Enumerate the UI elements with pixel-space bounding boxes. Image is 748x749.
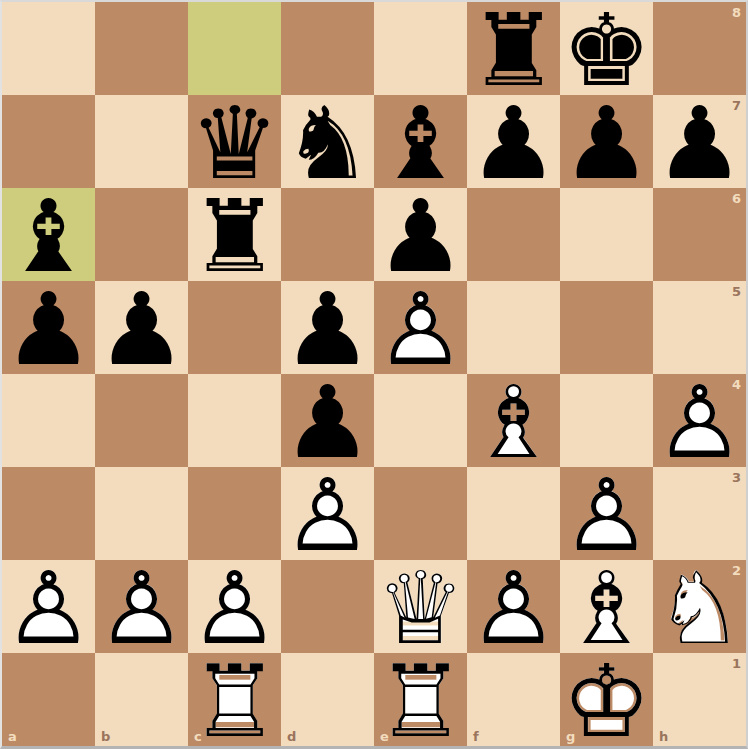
square-h1[interactable]: h1 xyxy=(653,653,746,746)
square-d2[interactable] xyxy=(281,560,374,653)
square-g5[interactable] xyxy=(560,281,653,374)
piece-outline-layer: ♙ xyxy=(188,562,281,655)
square-b7[interactable] xyxy=(95,95,188,188)
black-rook[interactable]: ♜ xyxy=(467,4,560,97)
square-g1[interactable]: ♚♔g xyxy=(560,653,653,746)
black-pawn[interactable]: ♟ xyxy=(467,97,560,190)
square-h2[interactable]: ♞♘2 xyxy=(653,560,746,653)
square-e2[interactable]: ♛♕ xyxy=(374,560,467,653)
square-c4[interactable] xyxy=(188,374,281,467)
square-c5[interactable] xyxy=(188,281,281,374)
piece-outline-layer: ♖ xyxy=(188,655,281,748)
square-c1[interactable]: ♜♖c xyxy=(188,653,281,746)
square-f1[interactable]: f xyxy=(467,653,560,746)
square-a3[interactable] xyxy=(2,467,95,560)
square-e6[interactable]: ♟ xyxy=(374,188,467,281)
square-c3[interactable] xyxy=(188,467,281,560)
rank-label-1: 1 xyxy=(732,657,741,670)
piece-glyph: ♟ xyxy=(467,97,560,190)
square-f2[interactable]: ♟♙ xyxy=(467,560,560,653)
square-c7[interactable]: ♛ xyxy=(188,95,281,188)
square-a5[interactable]: ♟ xyxy=(2,281,95,374)
piece-glyph: ♟ xyxy=(281,283,374,376)
square-a7[interactable] xyxy=(2,95,95,188)
square-f6[interactable] xyxy=(467,188,560,281)
rank-label-5: 5 xyxy=(732,285,741,298)
piece-outline-layer: ♕ xyxy=(374,562,467,655)
square-f5[interactable] xyxy=(467,281,560,374)
square-a8[interactable] xyxy=(2,2,95,95)
rank-label-8: 8 xyxy=(732,6,741,19)
square-f4[interactable]: ♝♗ xyxy=(467,374,560,467)
square-g8[interactable]: ♚ xyxy=(560,2,653,95)
black-pawn[interactable]: ♟ xyxy=(374,190,467,283)
black-pawn[interactable]: ♟ xyxy=(281,376,374,469)
rank-label-3: 3 xyxy=(732,471,741,484)
white-pawn[interactable]: ♟♙ xyxy=(188,562,281,655)
square-g7[interactable]: ♟ xyxy=(560,95,653,188)
piece-glyph: ♝ xyxy=(2,190,95,283)
square-h7[interactable]: ♟7 xyxy=(653,95,746,188)
black-rook[interactable]: ♜ xyxy=(188,190,281,283)
rank-label-2: 2 xyxy=(732,564,741,577)
piece-glyph: ♜ xyxy=(188,190,281,283)
black-knight[interactable]: ♞ xyxy=(281,97,374,190)
black-pawn[interactable]: ♟ xyxy=(281,283,374,376)
square-d1[interactable]: d xyxy=(281,653,374,746)
piece-glyph: ♟ xyxy=(95,283,188,376)
white-rook[interactable]: ♜♖ xyxy=(188,655,281,748)
square-b5[interactable]: ♟ xyxy=(95,281,188,374)
rank-label-6: 6 xyxy=(732,192,741,205)
piece-glyph: ♚ xyxy=(560,4,653,97)
square-h5[interactable]: 5 xyxy=(653,281,746,374)
white-bishop[interactable]: ♝♗ xyxy=(560,562,653,655)
square-a4[interactable] xyxy=(2,374,95,467)
black-bishop[interactable]: ♝ xyxy=(374,97,467,190)
rank-label-4: 4 xyxy=(732,378,741,391)
square-h8[interactable]: 8 xyxy=(653,2,746,95)
square-b2[interactable]: ♟♙ xyxy=(95,560,188,653)
square-b8[interactable] xyxy=(95,2,188,95)
piece-outline-layer: ♙ xyxy=(95,562,188,655)
file-label-e: e xyxy=(380,730,389,743)
square-a1[interactable]: a xyxy=(2,653,95,746)
white-pawn[interactable]: ♟♙ xyxy=(560,469,653,562)
piece-outline-layer: ♙ xyxy=(467,562,560,655)
square-f8[interactable]: ♜ xyxy=(467,2,560,95)
piece-glyph: ♟ xyxy=(2,283,95,376)
square-h6[interactable]: 6 xyxy=(653,188,746,281)
black-king[interactable]: ♚ xyxy=(560,4,653,97)
square-f7[interactable]: ♟ xyxy=(467,95,560,188)
white-pawn[interactable]: ♟♙ xyxy=(2,562,95,655)
square-b1[interactable]: b xyxy=(95,653,188,746)
piece-glyph: ♛ xyxy=(188,97,281,190)
white-queen[interactable]: ♛♕ xyxy=(374,562,467,655)
black-pawn[interactable]: ♟ xyxy=(95,283,188,376)
square-d8[interactable] xyxy=(281,2,374,95)
piece-outline-layer: ♙ xyxy=(374,283,467,376)
square-c2[interactable]: ♟♙ xyxy=(188,560,281,653)
file-label-f: f xyxy=(473,730,479,743)
piece-outline-layer: ♗ xyxy=(467,376,560,469)
black-pawn[interactable]: ♟ xyxy=(2,283,95,376)
piece-glyph: ♟ xyxy=(374,190,467,283)
square-g3[interactable]: ♟♙ xyxy=(560,467,653,560)
white-bishop[interactable]: ♝♗ xyxy=(467,376,560,469)
square-b6[interactable] xyxy=(95,188,188,281)
square-d7[interactable]: ♞ xyxy=(281,95,374,188)
white-pawn[interactable]: ♟♙ xyxy=(95,562,188,655)
square-d5[interactable]: ♟ xyxy=(281,281,374,374)
black-pawn[interactable]: ♟ xyxy=(560,97,653,190)
square-c8[interactable] xyxy=(188,2,281,95)
black-queen[interactable]: ♛ xyxy=(188,97,281,190)
piece-glyph: ♜ xyxy=(467,4,560,97)
board-frame: ♜♚8♛♞♝♟♟♟7♝♜♟6♟♟♟♟♙5♟♝♗♟♙4♟♙♟♙3♟♙♟♙♟♙♛♕♟… xyxy=(0,0,748,749)
piece-glyph: ♝ xyxy=(374,97,467,190)
square-b3[interactable] xyxy=(95,467,188,560)
square-d6[interactable] xyxy=(281,188,374,281)
piece-outline-layer: ♙ xyxy=(2,562,95,655)
square-d3[interactable]: ♟♙ xyxy=(281,467,374,560)
square-d4[interactable]: ♟ xyxy=(281,374,374,467)
square-e7[interactable]: ♝ xyxy=(374,95,467,188)
square-h3[interactable]: 3 xyxy=(653,467,746,560)
square-a6[interactable]: ♝ xyxy=(2,188,95,281)
file-label-c: c xyxy=(194,730,202,743)
piece-glyph: ♟ xyxy=(560,97,653,190)
piece-glyph: ♞ xyxy=(281,97,374,190)
square-c6[interactable]: ♜ xyxy=(188,188,281,281)
square-g4[interactable] xyxy=(560,374,653,467)
file-label-h: h xyxy=(659,730,668,743)
square-e4[interactable] xyxy=(374,374,467,467)
square-e8[interactable] xyxy=(374,2,467,95)
piece-outline-layer: ♙ xyxy=(560,469,653,562)
square-e5[interactable]: ♟♙ xyxy=(374,281,467,374)
square-g6[interactable] xyxy=(560,188,653,281)
file-label-a: a xyxy=(8,730,17,743)
square-g2[interactable]: ♝♗ xyxy=(560,560,653,653)
file-label-g: g xyxy=(566,730,575,743)
white-pawn[interactable]: ♟♙ xyxy=(281,469,374,562)
piece-outline-layer: ♗ xyxy=(560,562,653,655)
rank-label-7: 7 xyxy=(732,99,741,112)
black-bishop[interactable]: ♝ xyxy=(2,190,95,283)
square-b4[interactable] xyxy=(95,374,188,467)
file-label-b: b xyxy=(101,730,110,743)
white-pawn[interactable]: ♟♙ xyxy=(467,562,560,655)
piece-outline-layer: ♙ xyxy=(281,469,374,562)
square-e1[interactable]: ♜♖e xyxy=(374,653,467,746)
square-h4[interactable]: ♟♙4 xyxy=(653,374,746,467)
file-label-d: d xyxy=(287,730,296,743)
piece-glyph: ♟ xyxy=(281,376,374,469)
square-f3[interactable] xyxy=(467,467,560,560)
square-a2[interactable]: ♟♙ xyxy=(2,560,95,653)
chess-board: ♜♚8♛♞♝♟♟♟7♝♜♟6♟♟♟♟♙5♟♝♗♟♙4♟♙♟♙3♟♙♟♙♟♙♛♕♟… xyxy=(2,2,746,746)
white-pawn[interactable]: ♟♙ xyxy=(374,283,467,376)
square-e3[interactable] xyxy=(374,467,467,560)
